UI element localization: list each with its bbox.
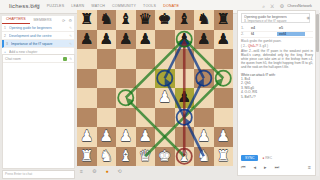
- square-g4[interactable]: [194, 88, 214, 108]
- square-a1[interactable]: ♜: [77, 147, 97, 167]
- square-h8[interactable]: ♜: [214, 10, 234, 30]
- nav-item-play[interactable]: PLAY: [30, 4, 40, 8]
- challenge-icon[interactable]: ⚔: [270, 3, 274, 9]
- piece-white-bishop-f1[interactable]: ♝: [178, 147, 191, 167]
- chapter-title: Opening guide for beginners: [9, 26, 69, 30]
- prev-move-button[interactable]: ◂: [254, 164, 257, 171]
- piece-white-rook-a1[interactable]: ♜: [80, 147, 93, 167]
- analysis-panel: Opening guide for beginners 3. Importanc…: [237, 10, 316, 176]
- square-d8[interactable]: ♛: [136, 10, 156, 30]
- chapter-item[interactable]: 1Opening guide for beginners✎: [2, 24, 74, 32]
- record-label[interactable]: ● REC: [262, 156, 272, 160]
- bad-move-annotation: Qh4+?!: [248, 44, 258, 48]
- square-c6[interactable]: [116, 49, 136, 69]
- piece-black-pawn-g7[interactable]: ♟: [197, 30, 210, 50]
- chat-header-icons: ✎: [63, 57, 72, 61]
- move-number: 1.: [241, 26, 249, 30]
- piece-white-pawn-g2[interactable]: ♟: [197, 127, 210, 147]
- nav-item-watch[interactable]: WATCH: [91, 4, 105, 8]
- sync-row: SYNC ● REC: [241, 155, 272, 161]
- piece-white-knight-g1[interactable]: ♞: [197, 147, 210, 167]
- square-f6[interactable]: [175, 49, 195, 69]
- square-a6[interactable]: [77, 49, 97, 69]
- square-b5[interactable]: [97, 69, 117, 89]
- square-b2[interactable]: ♟: [97, 127, 117, 147]
- piece-black-pawn-b7[interactable]: ♟: [100, 30, 113, 50]
- move-white[interactable]: e4: [249, 26, 277, 30]
- square-f5[interactable]: [175, 69, 195, 89]
- replay-controls: ⏮ ◂ ▸ ⏭ ≡: [241, 164, 311, 171]
- chapter-list: 1Opening guide for beginners✎2Developmen…: [2, 24, 74, 56]
- edit-icon[interactable]: ✎: [69, 34, 72, 38]
- piece-black-queen-d8[interactable]: ♛: [139, 10, 152, 30]
- piece-black-knight-g8[interactable]: ♞: [197, 10, 210, 30]
- square-d7[interactable]: ♟: [136, 30, 156, 50]
- nav-item-puzzles[interactable]: PUZZLES: [47, 4, 65, 8]
- square-b6[interactable]: [97, 49, 117, 69]
- header-icons: ⌕⚔⚙: [262, 3, 284, 9]
- square-c3[interactable]: [116, 108, 136, 128]
- piece-black-pawn-f4[interactable]: ♟: [178, 88, 191, 108]
- piece-white-pawn-d2[interactable]: ♟: [139, 127, 152, 147]
- piece-white-pawn-a2[interactable]: ♟: [80, 127, 93, 147]
- square-a5[interactable]: [77, 69, 97, 89]
- chapter-label: 3. Importance of the f7 square: [244, 19, 307, 23]
- study-settings-icon[interactable]: ◉: [307, 15, 311, 20]
- move-white[interactable]: f4: [249, 32, 277, 36]
- square-e3[interactable]: [155, 108, 175, 128]
- menu-icon[interactable]: ≡: [80, 167, 83, 176]
- square-g5[interactable]: [194, 69, 214, 89]
- square-e7[interactable]: [155, 30, 175, 50]
- first-move-button[interactable]: ⏮: [241, 164, 246, 171]
- square-h7[interactable]: ♟: [214, 30, 234, 50]
- piece-white-pawn-e4[interactable]: ♟: [158, 88, 171, 108]
- square-e8[interactable]: ♚: [155, 10, 175, 30]
- chapter-title: Importance of the f7 square: [11, 42, 69, 46]
- square-c5[interactable]: [116, 69, 136, 89]
- square-c8[interactable]: ♝: [116, 10, 136, 30]
- square-c1[interactable]: ♝: [116, 147, 136, 167]
- piece-black-rook-h8[interactable]: ♜: [217, 10, 230, 30]
- square-e5[interactable]: [155, 69, 175, 89]
- square-f7[interactable]: ♟: [175, 30, 195, 50]
- piece-black-pawn-f7[interactable]: ♟: [178, 30, 191, 50]
- square-e4[interactable]: ♟: [155, 88, 175, 108]
- chapter-comment: After 2...exf4 the f7 pawn is the weakes…: [241, 50, 313, 70]
- gear-icon[interactable]: ⚙: [92, 167, 96, 176]
- square-b1[interactable]: ♞: [97, 147, 117, 167]
- piece-white-pawn-c2[interactable]: ♟: [119, 127, 132, 147]
- nav-item-learn[interactable]: LEARN: [71, 4, 84, 8]
- edit-icon[interactable]: ✎: [69, 57, 72, 61]
- move-list: 1.e4e52.f4exf4Black grabs the gambit paw…: [241, 25, 313, 100]
- plan-item: 5. Bxf7+!?: [241, 95, 313, 100]
- piece-white-knight-b1[interactable]: ♞: [100, 147, 113, 167]
- square-g3[interactable]: [194, 108, 214, 128]
- sidebar-tab-icons: ⟳ ⚙: [62, 18, 74, 23]
- square-a8[interactable]: ♜: [77, 10, 97, 30]
- square-f1[interactable]: ♝: [175, 147, 195, 167]
- piece-black-pawn-d7[interactable]: ♟: [139, 30, 152, 50]
- piece-black-king-e8[interactable]: ♚: [158, 10, 171, 30]
- last-move-button[interactable]: ⏭: [275, 164, 280, 171]
- square-a3[interactable]: [77, 108, 97, 128]
- piece-white-queen-d1[interactable]: ♛: [139, 147, 152, 167]
- chapter-item[interactable]: 2Development and the centre✎: [2, 32, 74, 40]
- square-f2[interactable]: [175, 127, 195, 147]
- square-d2[interactable]: ♟: [136, 127, 156, 147]
- square-h6[interactable]: [214, 49, 234, 69]
- square-a7[interactable]: ♟: [77, 30, 97, 50]
- square-f3[interactable]: [175, 108, 195, 128]
- square-c7[interactable]: ♟: [116, 30, 136, 50]
- variation-text: ( 2...: [241, 44, 248, 48]
- record-icon[interactable]: ●: [105, 167, 108, 176]
- square-e6[interactable]: [155, 49, 175, 69]
- nav-item-donate[interactable]: DONATE: [163, 4, 179, 8]
- square-g6[interactable]: [194, 49, 214, 69]
- presence-indicator-icon: [63, 57, 67, 61]
- panel-scrollbar-thumb[interactable]: [316, 14, 319, 52]
- main-nav: PLAYPUZZLESLEARNWATCHCOMMUNITYTOOLSDONAT…: [30, 4, 179, 8]
- search-icon[interactable]: ⌕: [262, 3, 265, 9]
- piece-white-bishop-c1[interactable]: ♝: [119, 147, 132, 167]
- square-d4[interactable]: [136, 88, 156, 108]
- piece-black-knight-b8[interactable]: ♞: [100, 10, 113, 30]
- square-h2[interactable]: ♟: [214, 127, 234, 147]
- square-h3[interactable]: [214, 108, 234, 128]
- chapter-item[interactable]: 3Importance of the f7 square✎: [2, 40, 74, 48]
- square-d1[interactable]: ♛: [136, 147, 156, 167]
- piece-white-rook-h1[interactable]: ♜: [217, 147, 230, 167]
- tab-chapters[interactable]: CHAPTERS: [2, 16, 30, 24]
- piece-black-pawn-c7[interactable]: ♟: [119, 30, 132, 50]
- square-g7[interactable]: ♟: [194, 30, 214, 50]
- square-b4[interactable]: [97, 88, 117, 108]
- square-b3[interactable]: [97, 108, 117, 128]
- edit-icon[interactable]: ✎: [69, 42, 72, 46]
- square-g2[interactable]: ♟: [194, 127, 214, 147]
- piece-black-bishop-c8[interactable]: ♝: [119, 10, 132, 30]
- square-h1[interactable]: ♜: [214, 147, 234, 167]
- gear-icon[interactable]: ⚙: [280, 3, 284, 9]
- tab-members[interactable]: MEMBERS: [30, 18, 56, 22]
- piece-white-pawn-h2[interactable]: ♟: [217, 127, 230, 147]
- chat-box: Chat room ✎: [2, 54, 75, 169]
- gear-icon[interactable]: ⚙: [68, 18, 72, 23]
- square-e1[interactable]: ♚: [155, 147, 175, 167]
- move-number: 2.: [241, 32, 249, 36]
- piece-white-pawn-b2[interactable]: ♟: [100, 127, 113, 147]
- square-a2[interactable]: ♟: [77, 127, 97, 147]
- square-f8[interactable]: ♝: [175, 10, 195, 30]
- flip-icon[interactable]: ⟲: [117, 167, 121, 176]
- square-h4[interactable]: [214, 88, 234, 108]
- chapter-title: Development and the centre: [9, 34, 69, 38]
- board-toolbar: ≡ ⚙ ● ⟲: [77, 167, 236, 176]
- square-a4[interactable]: [77, 88, 97, 108]
- piece-black-pawn-a7[interactable]: ♟: [80, 30, 93, 50]
- piece-black-pawn-h7[interactable]: ♟: [217, 30, 230, 50]
- piece-black-rook-a8[interactable]: ♜: [80, 10, 93, 30]
- edit-icon[interactable]: ✎: [69, 26, 72, 30]
- move-row: 2.f4exf4: [241, 32, 313, 39]
- square-d5[interactable]: [136, 69, 156, 89]
- variation-line[interactable]: ( 2... Qh4+?! 3. g3 ): [241, 44, 313, 48]
- square-g1[interactable]: ♞: [194, 147, 214, 167]
- controls-menu-icon[interactable]: ≡: [308, 164, 311, 171]
- next-move-button[interactable]: ▸: [264, 164, 267, 171]
- square-c2[interactable]: ♟: [116, 127, 136, 147]
- username-menu[interactable]: ChessNetwork: [287, 4, 312, 8]
- variation-text: 3. g3 ): [258, 44, 268, 48]
- square-d6[interactable]: [136, 49, 156, 69]
- square-f4[interactable]: ♟: [175, 88, 195, 108]
- study-info-box[interactable]: Opening guide for beginners 3. Importanc…: [241, 13, 310, 23]
- square-h5[interactable]: [214, 69, 234, 89]
- move-black[interactable]: exf4: [277, 32, 305, 36]
- chat-title: Chat room: [5, 57, 21, 61]
- sync-button[interactable]: SYNC: [241, 155, 258, 161]
- move-black[interactable]: e5: [277, 26, 305, 30]
- study-sidebar: CHAPTERS MEMBERS ⟳ ⚙ 1Opening guide for …: [0, 13, 76, 180]
- piece-white-king-e1[interactable]: ♚: [158, 147, 171, 167]
- nav-item-tools[interactable]: TOOLS: [143, 4, 156, 8]
- nav-item-community[interactable]: COMMUNITY: [112, 4, 136, 8]
- chess-board[interactable]: ♜♞♝♛♚♝♞♜♟♟♟♟♟♟♟♟♟♟♟♟♟♟♟♜♞♝♛♚♝♞♜: [77, 10, 233, 166]
- sync-icon[interactable]: ⟳: [62, 18, 65, 23]
- move-comment: Black grabs the gambit pawn.: [241, 39, 313, 43]
- square-e2[interactable]: [155, 127, 175, 147]
- chat-input[interactable]: Press Enter to chat: [2, 170, 75, 179]
- chapter-title: Add a new chapter: [9, 50, 72, 54]
- square-d3[interactable]: [136, 108, 156, 128]
- square-b7[interactable]: ♟: [97, 30, 117, 50]
- chat-header: Chat room ✎: [3, 55, 74, 63]
- square-c4[interactable]: [116, 88, 136, 108]
- square-b8[interactable]: ♞: [97, 10, 117, 30]
- piece-black-bishop-f8[interactable]: ♝: [178, 10, 191, 30]
- square-g8[interactable]: ♞: [194, 10, 214, 30]
